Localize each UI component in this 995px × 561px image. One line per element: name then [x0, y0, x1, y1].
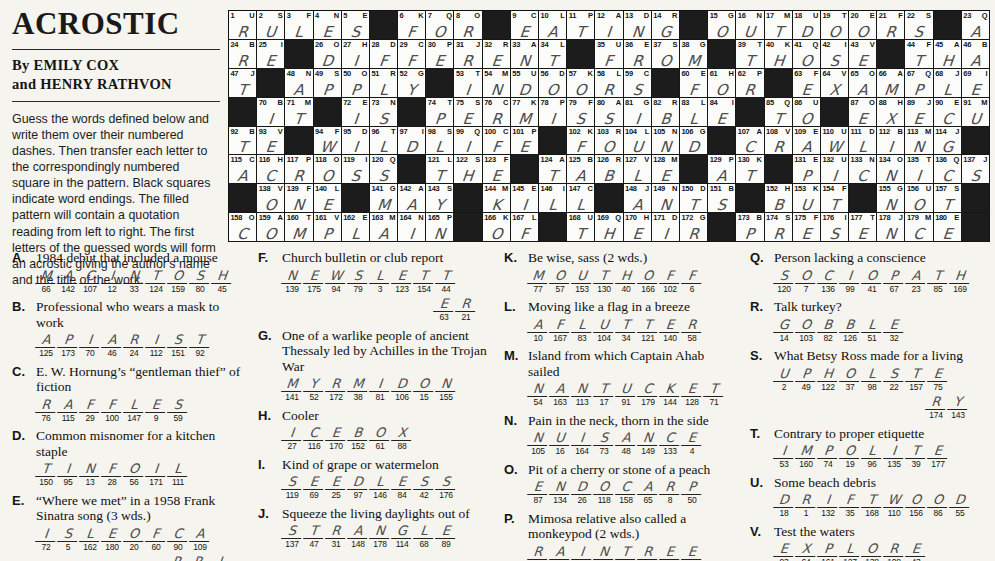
- grid-cell-178[interactable]: 178JN: [877, 213, 905, 242]
- grid-cell-31[interactable]: 31JR: [454, 40, 482, 69]
- grid-cell-141[interactable]: 141GM: [370, 184, 398, 213]
- grid-cell-140[interactable]: 140LE: [314, 184, 342, 213]
- answer-blank-114[interactable]: G114: [392, 523, 412, 550]
- grid-cell-86[interactable]: 86UO: [793, 98, 821, 127]
- answer-blank-108[interactable]: R108: [884, 541, 904, 561]
- answer-blank-167[interactable]: F167: [550, 317, 570, 344]
- grid-cell-116[interactable]: 116HC: [257, 155, 285, 184]
- grid-cell-108[interactable]: 108VR: [765, 127, 793, 156]
- answer-blank-142[interactable]: A142: [58, 268, 78, 295]
- grid-cell-153[interactable]: 153KU: [793, 184, 821, 213]
- answer-blank-33[interactable]: N33: [124, 268, 144, 295]
- grid-cell-51[interactable]: 51RL: [370, 69, 398, 98]
- answer-blank-121[interactable]: T121: [638, 317, 658, 344]
- answer-blank-64[interactable]: X64: [796, 541, 816, 561]
- answer-blank-8[interactable]: R8: [660, 479, 680, 506]
- grid-cell-57[interactable]: 57KO: [567, 69, 595, 98]
- grid-cell-168[interactable]: 168UT: [567, 213, 595, 242]
- answer-blank-118[interactable]: O118: [594, 479, 614, 506]
- answer-blank-178[interactable]: N178: [370, 523, 390, 550]
- answer-blank-163[interactable]: A163: [550, 381, 570, 408]
- answer-blank-77[interactable]: M77: [528, 268, 548, 295]
- grid-cell-156[interactable]: 156UO: [905, 184, 933, 213]
- grid-cell-169[interactable]: 169QH: [595, 213, 623, 242]
- answer-blank-39[interactable]: T39: [906, 443, 926, 470]
- grid-cell-97[interactable]: 97ID: [398, 127, 426, 156]
- answer-blank-120[interactable]: S120: [774, 268, 794, 295]
- grid-cell-125[interactable]: 125BA: [567, 155, 595, 184]
- grid-cell-47[interactable]: 47JT: [229, 69, 257, 98]
- grid-cell-83[interactable]: 83LL: [680, 98, 708, 127]
- grid-cell-144[interactable]: 144MK: [483, 184, 511, 213]
- grid-cell-2[interactable]: 2SU: [257, 11, 285, 40]
- grid-cell-75[interactable]: 75SE: [454, 98, 482, 127]
- answer-blank-115[interactable]: A115: [58, 397, 78, 424]
- answer-blank-106[interactable]: D106: [392, 376, 412, 403]
- answer-blank-19[interactable]: O19: [840, 443, 860, 470]
- grid-cell-84[interactable]: 84IE: [708, 98, 736, 127]
- answer-blank-117[interactable]: R117: [528, 544, 548, 561]
- answer-blank-123[interactable]: E123: [392, 268, 412, 295]
- grid-cell-21[interactable]: 21FR: [877, 11, 905, 40]
- answer-blank-93[interactable]: E93: [774, 541, 794, 561]
- grid-cell-72[interactable]: 72EI: [342, 98, 370, 127]
- grid-cell-59[interactable]: 59CS: [624, 69, 652, 98]
- answer-blank-78[interactable]: I78: [572, 544, 592, 561]
- answer-blank-176[interactable]: S176: [436, 474, 456, 501]
- answer-blank-139[interactable]: N139: [282, 268, 302, 295]
- grid-cell-142[interactable]: 142AA: [398, 184, 426, 213]
- answer-blank-137[interactable]: S137: [282, 523, 302, 550]
- grid-cell-38[interactable]: 38GM: [680, 40, 708, 69]
- answer-blank-60[interactable]: F60: [146, 526, 166, 553]
- answer-blank-25[interactable]: E25: [326, 474, 346, 501]
- grid-cell-129[interactable]: 129PA: [708, 155, 736, 184]
- answer-blank-90[interactable]: C90: [168, 526, 188, 553]
- grid-cell-56[interactable]: 56DO: [539, 69, 567, 98]
- grid-cell-164[interactable]: 164NI: [398, 213, 426, 242]
- grid-cell-46[interactable]: 46BA: [962, 40, 990, 69]
- answer-blank-28[interactable]: F28: [102, 461, 122, 488]
- answer-blank-2[interactable]: U2: [774, 366, 794, 393]
- answer-blank-179[interactable]: C179: [638, 381, 658, 408]
- answer-blank-49[interactable]: P49: [796, 366, 816, 393]
- grid-cell-32[interactable]: 32RE: [483, 40, 511, 69]
- answer-blank-148[interactable]: A148: [348, 523, 368, 550]
- answer-blank-53[interactable]: I53: [774, 443, 794, 470]
- grid-cell-5[interactable]: 5ES: [342, 11, 370, 40]
- grid-cell-10[interactable]: 10LA: [539, 11, 567, 40]
- grid-cell-11[interactable]: 11PT: [567, 11, 595, 40]
- answer-blank-101[interactable]: E101: [682, 544, 702, 561]
- answer-blank-113[interactable]: N113: [572, 381, 592, 408]
- answer-blank-70[interactable]: I70: [80, 332, 100, 359]
- grid-cell-150[interactable]: 150DT: [680, 184, 708, 213]
- grid-cell-148[interactable]: 148JA: [624, 184, 652, 213]
- answer-blank-102[interactable]: F102: [660, 268, 680, 295]
- answer-blank-54[interactable]: N54: [528, 381, 548, 408]
- grid-cell-25[interactable]: 25IE: [257, 40, 285, 69]
- grid-cell-163[interactable]: 163MA: [370, 213, 398, 242]
- answer-blank-68[interactable]: L68: [414, 523, 434, 550]
- grid-cell-99[interactable]: 99QI: [454, 127, 482, 156]
- answer-blank-26[interactable]: D26: [572, 479, 592, 506]
- answer-blank-55[interactable]: D55: [950, 492, 970, 519]
- answer-blank-150[interactable]: T150: [36, 461, 56, 488]
- grid-cell-35[interactable]: 35UF: [595, 40, 623, 69]
- grid-cell-6[interactable]: 6KF: [398, 11, 426, 40]
- grid-cell-77[interactable]: 77KM: [511, 98, 539, 127]
- answer-blank-128[interactable]: E128: [682, 381, 702, 408]
- grid-cell-23[interactable]: 23QA: [962, 11, 990, 40]
- grid-cell-34[interactable]: 34LT: [539, 40, 567, 69]
- grid-cell-115[interactable]: 115CA: [229, 155, 257, 184]
- answer-blank-104[interactable]: U104: [594, 317, 614, 344]
- answer-blank-105[interactable]: N105: [528, 430, 548, 457]
- grid-cell-24[interactable]: 24BR: [229, 40, 257, 69]
- grid-cell-149[interactable]: 149NN: [652, 184, 680, 213]
- grid-cell-69[interactable]: 69IE: [962, 69, 990, 98]
- grid-cell-96[interactable]: 96TL: [370, 127, 398, 156]
- grid-cell-64[interactable]: 64VX: [821, 69, 849, 98]
- grid-cell-22[interactable]: 22SS: [905, 11, 933, 40]
- answer-blank-159[interactable]: O159: [168, 268, 188, 295]
- answer-blank-38[interactable]: M38: [348, 376, 368, 403]
- grid-cell-62[interactable]: 62PR: [736, 69, 764, 98]
- answer-blank-173[interactable]: P173: [58, 332, 78, 359]
- answer-blank-22[interactable]: S22: [884, 366, 904, 393]
- answer-blank-144[interactable]: K144: [660, 381, 680, 408]
- answer-blank-95[interactable]: I95: [58, 461, 78, 488]
- grid-cell-90[interactable]: 90EC: [934, 98, 962, 127]
- answer-blank-4[interactable]: E4: [682, 430, 702, 457]
- answer-blank-57[interactable]: O57: [550, 268, 570, 295]
- answer-blank-6[interactable]: F6: [682, 268, 702, 295]
- grid-cell-49[interactable]: 49SP: [314, 69, 342, 98]
- grid-cell-70[interactable]: 70BI: [257, 98, 285, 127]
- answer-blank-76[interactable]: R76: [36, 397, 56, 424]
- grid-cell-52[interactable]: 52GY: [398, 69, 426, 98]
- answer-blank-44[interactable]: T44: [436, 268, 456, 295]
- grid-cell-180[interactable]: 180EE: [934, 213, 962, 242]
- answer-blank-23[interactable]: A23: [906, 268, 926, 295]
- answer-blank-41[interactable]: O41: [862, 268, 882, 295]
- answer-blank-65[interactable]: A65: [638, 479, 658, 506]
- grid-cell-157[interactable]: 157ST: [934, 184, 962, 213]
- answer-blank-58[interactable]: R58: [682, 317, 702, 344]
- answer-blank-162[interactable]: L162: [80, 526, 100, 553]
- answer-blank-62[interactable]: R62: [638, 544, 658, 561]
- grid-cell-128[interactable]: 128ME: [652, 155, 680, 184]
- grid-cell-100[interactable]: 100CF: [483, 127, 511, 156]
- grid-cell-132[interactable]: 132UI: [821, 155, 849, 184]
- answer-blank-99[interactable]: I99: [840, 268, 860, 295]
- grid-cell-147[interactable]: 147CL: [567, 184, 595, 213]
- answer-blank-66[interactable]: M66: [36, 268, 56, 295]
- answer-blank-87[interactable]: E87: [528, 479, 548, 506]
- grid-cell-54[interactable]: 54MN: [483, 69, 511, 98]
- grid-cell-123[interactable]: 123FE: [483, 155, 511, 184]
- grid-cell-67[interactable]: 67QP: [905, 69, 933, 98]
- grid-cell-152[interactable]: 152HB: [765, 184, 793, 213]
- answer-blank-88[interactable]: X88: [392, 425, 412, 452]
- answer-blank-47[interactable]: T47: [304, 523, 324, 550]
- answer-blank-83[interactable]: L83: [572, 317, 592, 344]
- answer-blank-131[interactable]: P131: [166, 554, 186, 561]
- grid-cell-33[interactable]: 33AN: [511, 40, 539, 69]
- answer-blank-43[interactable]: E43: [906, 541, 926, 561]
- grid-cell-95[interactable]: 95DI: [342, 127, 370, 156]
- grid-cell-1[interactable]: 1UR: [229, 11, 257, 40]
- answer-blank-63[interactable]: E63: [434, 296, 454, 323]
- answer-blank-140[interactable]: E140: [660, 317, 680, 344]
- grid-cell-65[interactable]: 65OA: [849, 69, 877, 98]
- grid-cell-179[interactable]: 179MC: [905, 213, 933, 242]
- answer-blank-35[interactable]: F35: [840, 492, 860, 519]
- grid-cell-130[interactable]: 130KT: [736, 155, 764, 184]
- answer-blank-154[interactable]: T154: [414, 268, 434, 295]
- answer-blank-1[interactable]: R1: [796, 492, 816, 519]
- grid-cell-82[interactable]: 82RB: [652, 98, 680, 127]
- grid-cell-87[interactable]: 87OE: [849, 98, 877, 127]
- answer-blank-20[interactable]: O20: [124, 526, 144, 553]
- answer-blank-67[interactable]: P67: [884, 268, 904, 295]
- grid-cell-135[interactable]: 135TI: [905, 155, 933, 184]
- grid-cell-121[interactable]: 121LT: [426, 155, 454, 184]
- grid-cell-106[interactable]: 106GD: [680, 127, 708, 156]
- grid-cell-63[interactable]: 63FE: [793, 69, 821, 98]
- answer-blank-166[interactable]: O166: [638, 268, 658, 295]
- grid-cell-145[interactable]: 145EI: [511, 184, 539, 213]
- answer-blank-127[interactable]: L127: [840, 541, 860, 561]
- answer-blank-151[interactable]: S151: [168, 332, 188, 359]
- grid-cell-61[interactable]: 61HO: [708, 69, 736, 98]
- answer-blank-129[interactable]: A129: [550, 544, 570, 561]
- grid-cell-103[interactable]: 103RO: [595, 127, 623, 156]
- grid-cell-53[interactable]: 53TI: [454, 69, 482, 98]
- answer-blank-130[interactable]: T130: [594, 268, 614, 295]
- grid-cell-159[interactable]: 159AO: [257, 213, 285, 242]
- answer-blank-32[interactable]: E32: [884, 317, 904, 344]
- answer-blank-30[interactable]: E30: [660, 544, 680, 561]
- grid-cell-94[interactable]: 94FW: [314, 127, 342, 156]
- answer-blank-86[interactable]: O86: [928, 492, 948, 519]
- answer-blank-48[interactable]: A48: [616, 430, 636, 457]
- grid-cell-45[interactable]: 45AH: [934, 40, 962, 69]
- answer-blank-165[interactable]: N165: [594, 544, 614, 561]
- grid-cell-138[interactable]: 138VO: [257, 184, 285, 213]
- answer-blank-82[interactable]: B82: [818, 317, 838, 344]
- grid-cell-58[interactable]: 58LR: [595, 69, 623, 98]
- grid-cell-136[interactable]: 136QC: [934, 155, 962, 184]
- grid-cell-104[interactable]: 104LU: [624, 127, 652, 156]
- grid-cell-124[interactable]: 124AT: [539, 155, 567, 184]
- grid-cell-113[interactable]: 113MN: [905, 127, 933, 156]
- answer-blank-45[interactable]: H45: [212, 268, 232, 295]
- grid-cell-133[interactable]: 133NC: [849, 155, 877, 184]
- answer-blank-157[interactable]: T157: [906, 366, 926, 393]
- answer-blank-153[interactable]: U153: [572, 268, 592, 295]
- answer-blank-161[interactable]: P161: [818, 541, 838, 561]
- grid-cell-122[interactable]: 122SH: [454, 155, 482, 184]
- answer-blank-16[interactable]: U16: [550, 430, 570, 457]
- answer-blank-7[interactable]: O7: [796, 268, 816, 295]
- grid-cell-112[interactable]: 112BI: [877, 127, 905, 156]
- grid-cell-9[interactable]: 9CE: [511, 11, 539, 40]
- grid-cell-88[interactable]: 88HX: [877, 98, 905, 127]
- grid-cell-117[interactable]: 117PR: [285, 155, 313, 184]
- answer-blank-107[interactable]: C107: [80, 268, 100, 295]
- answer-blank-160[interactable]: M160: [796, 443, 816, 470]
- answer-blank-71[interactable]: T71: [704, 381, 724, 408]
- grid-cell-175[interactable]: 175FE: [793, 213, 821, 242]
- answer-blank-124[interactable]: T124: [146, 268, 166, 295]
- answer-blank-61[interactable]: O61: [370, 425, 390, 452]
- answer-blank-170[interactable]: E170: [326, 425, 346, 452]
- answer-blank-175[interactable]: E175: [304, 268, 324, 295]
- answer-blank-52[interactable]: Y52: [304, 376, 324, 403]
- grid-cell-120[interactable]: 120QS: [370, 155, 398, 184]
- answer-blank-34[interactable]: T34: [616, 317, 636, 344]
- answer-blank-72[interactable]: I72: [36, 526, 56, 553]
- grid-cell-20[interactable]: 20EO: [849, 11, 877, 40]
- grid-cell-109[interactable]: 109EA: [793, 127, 821, 156]
- answer-blank-168[interactable]: T168: [862, 492, 882, 519]
- grid-cell-42[interactable]: 42IS: [821, 40, 849, 69]
- answer-blank-89[interactable]: E89: [436, 523, 456, 550]
- answer-blank-155[interactable]: N155: [436, 376, 456, 403]
- grid-cell-102[interactable]: 102KF: [567, 127, 595, 156]
- answer-blank-174[interactable]: R174: [926, 394, 946, 421]
- grid-cell-28[interactable]: 28DF: [370, 40, 398, 69]
- answer-blank-171[interactable]: I171: [146, 461, 166, 488]
- grid-cell-37[interactable]: 37SO: [652, 40, 680, 69]
- grid-cell-131[interactable]: 131EP: [793, 155, 821, 184]
- grid-cell-173[interactable]: 173BP: [736, 213, 764, 242]
- answer-blank-122[interactable]: H122: [818, 366, 838, 393]
- grid-cell-19[interactable]: 19TO: [821, 11, 849, 40]
- grid-cell-146[interactable]: 146IL: [539, 184, 567, 213]
- answer-blank-74[interactable]: P74: [818, 443, 838, 470]
- grid-cell-39[interactable]: 39TT: [736, 40, 764, 69]
- grid-cell-40[interactable]: 40KH: [765, 40, 793, 69]
- answer-blank-24[interactable]: R24: [124, 332, 144, 359]
- answer-blank-91[interactable]: U91: [616, 381, 636, 408]
- answer-blank-5[interactable]: S5: [58, 526, 78, 553]
- answer-blank-13[interactable]: N13: [80, 461, 100, 488]
- grid-cell-17[interactable]: 17MT: [765, 11, 793, 40]
- answer-blank-138[interactable]: O138: [862, 541, 882, 561]
- answer-blank-100[interactable]: F100: [102, 397, 122, 424]
- answer-blank-136[interactable]: C136: [818, 268, 838, 295]
- grid-cell-7[interactable]: 7QO: [426, 11, 454, 40]
- answer-blank-112[interactable]: I112: [146, 332, 166, 359]
- answer-blank-84[interactable]: E84: [392, 474, 412, 501]
- answer-blank-36[interactable]: R36: [188, 554, 208, 561]
- answer-blank-56[interactable]: O56: [124, 461, 144, 488]
- grid-cell-126[interactable]: 126RB: [595, 155, 623, 184]
- answer-blank-111[interactable]: L111: [168, 461, 188, 488]
- grid-cell-118[interactable]: 118OO: [314, 155, 342, 184]
- answer-blank-125[interactable]: A125: [36, 332, 56, 359]
- answer-blank-85[interactable]: T85: [928, 268, 948, 295]
- answer-blank-17[interactable]: T17: [594, 381, 614, 408]
- answer-blank-37[interactable]: O37: [840, 366, 860, 393]
- grid-cell-16[interactable]: 16NU: [736, 11, 764, 40]
- answer-blank-109[interactable]: A109: [190, 526, 210, 553]
- answer-blank-143[interactable]: Y143: [948, 394, 968, 421]
- grid-cell-74[interactable]: 74TP: [426, 98, 454, 127]
- grid-cell-4[interactable]: 4NE: [314, 11, 342, 40]
- answer-blank-135[interactable]: I135: [884, 443, 904, 470]
- grid-cell-14[interactable]: 14RG: [652, 11, 680, 40]
- answer-blank-147[interactable]: L147: [124, 397, 144, 424]
- answer-blank-12[interactable]: I12: [102, 268, 122, 295]
- grid-cell-105[interactable]: 105NN: [652, 127, 680, 156]
- grid-cell-134[interactable]: 134ON: [877, 155, 905, 184]
- grid-cell-110[interactable]: 110UW: [821, 127, 849, 156]
- grid-cell-160[interactable]: 160TM: [285, 213, 313, 242]
- grid-cell-48[interactable]: 48NA: [285, 69, 313, 98]
- grid-cell-18[interactable]: 18UD: [793, 11, 821, 40]
- answer-blank-46[interactable]: A46: [102, 332, 122, 359]
- grid-cell-50[interactable]: 50OP: [342, 69, 370, 98]
- grid-cell-89[interactable]: 89JE: [905, 98, 933, 127]
- answer-blank-141[interactable]: M141: [282, 376, 302, 403]
- grid-cell-93[interactable]: 93VE: [257, 127, 285, 156]
- answer-blank-11[interactable]: T11: [616, 544, 636, 561]
- answer-blank-42[interactable]: S42: [414, 474, 434, 501]
- grid-cell-79[interactable]: 79FS: [567, 98, 595, 127]
- grid-cell-12[interactable]: 12AI: [595, 11, 623, 40]
- grid-cell-165[interactable]: 165PN: [426, 213, 454, 242]
- answer-blank-126[interactable]: B126: [840, 317, 860, 344]
- answer-blank-69[interactable]: E69: [304, 474, 324, 501]
- grid-cell-98[interactable]: 98SL: [426, 127, 454, 156]
- answer-blank-164[interactable]: I164: [572, 430, 592, 457]
- answer-blank-103[interactable]: O103: [796, 317, 816, 344]
- grid-cell-41[interactable]: 41QO: [793, 40, 821, 69]
- answer-blank-73[interactable]: S73: [594, 430, 614, 457]
- answer-blank-172[interactable]: R172: [326, 376, 346, 403]
- answer-blank-94[interactable]: W94: [326, 268, 346, 295]
- answer-blank-31[interactable]: R31: [326, 523, 346, 550]
- answer-blank-75[interactable]: E75: [928, 366, 948, 393]
- answer-blank-18[interactable]: D18: [774, 492, 794, 519]
- answer-blank-158[interactable]: C158: [616, 479, 636, 506]
- answer-blank-51[interactable]: L51: [862, 317, 882, 344]
- answer-blank-79[interactable]: S79: [348, 268, 368, 295]
- grid-cell-43[interactable]: 43VE: [849, 40, 877, 69]
- answer-blank-177[interactable]: E177: [928, 443, 948, 470]
- grid-cell-119[interactable]: 119IS: [342, 155, 370, 184]
- grid-cell-161[interactable]: 161VP: [314, 213, 342, 242]
- grid-cell-143[interactable]: 143SY: [426, 184, 454, 213]
- answer-blank-97[interactable]: D97: [348, 474, 368, 501]
- answer-blank-81[interactable]: I81: [370, 376, 390, 403]
- grid-cell-127[interactable]: 127VL: [624, 155, 652, 184]
- answer-blank-80[interactable]: S80: [190, 268, 210, 295]
- grid-cell-139[interactable]: 139FN: [285, 184, 313, 213]
- grid-cell-174[interactable]: 174SR: [765, 213, 793, 242]
- grid-cell-8[interactable]: 8OR: [454, 11, 482, 40]
- grid-cell-55[interactable]: 55UD: [511, 69, 539, 98]
- grid-cell-91[interactable]: 91MU: [962, 98, 990, 127]
- answer-blank-132[interactable]: I132: [818, 492, 838, 519]
- answer-blank-180[interactable]: E180: [102, 526, 122, 553]
- grid-cell-177[interactable]: 177TE: [849, 213, 877, 242]
- answer-blank-116[interactable]: C116: [304, 425, 324, 452]
